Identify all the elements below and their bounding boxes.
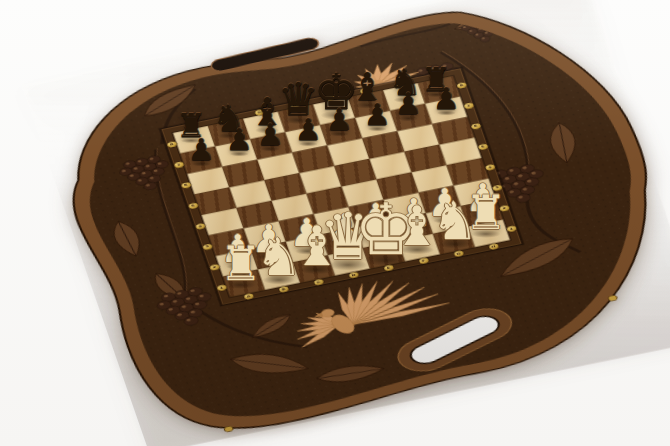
piece-black-pawn[interactable]: ♟ [188, 135, 215, 165]
piece-black-pawn[interactable]: ♟ [326, 104, 353, 134]
piece-black-pawn[interactable]: ♟ [433, 84, 460, 114]
piece-black-pawn[interactable]: ♟ [226, 125, 253, 155]
piece-black-pawn[interactable]: ♟ [364, 99, 391, 129]
piece-black-pawn[interactable]: ♟ [295, 115, 322, 145]
piece-black-pawn[interactable]: ♟ [395, 89, 422, 119]
pieces-layer: ♜♞♝♛♚♝♞♜♟♟♟♟♟♟♟♟♟♟♟♟♟♟♟♟♜♞♝♛♚♝♞♜ [0, 0, 670, 446]
scene: 1122334455667788AABBCCDDEEFFGGHH ♜♞♝♛♚♝♞… [0, 0, 670, 446]
piece-white-rook[interactable]: ♜ [465, 190, 507, 237]
piece-black-pawn[interactable]: ♟ [257, 120, 284, 150]
